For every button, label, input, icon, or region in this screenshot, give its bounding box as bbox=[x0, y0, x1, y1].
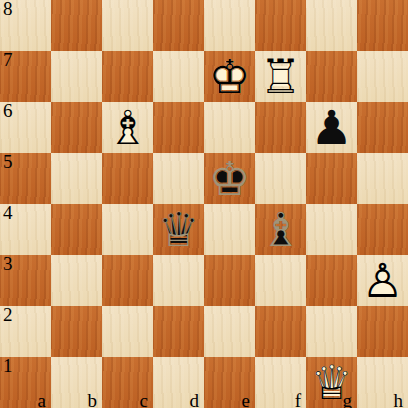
rank-label-3: 3 bbox=[3, 254, 13, 274]
square-b4[interactable] bbox=[51, 204, 102, 255]
square-h8[interactable] bbox=[357, 0, 408, 51]
square-c2[interactable] bbox=[102, 306, 153, 357]
piece-black-queen: ♛♕ bbox=[153, 204, 204, 255]
square-f1[interactable]: f bbox=[255, 357, 306, 408]
square-d6[interactable] bbox=[153, 102, 204, 153]
square-e4[interactable] bbox=[204, 204, 255, 255]
square-c5[interactable] bbox=[102, 153, 153, 204]
square-c1[interactable]: c bbox=[102, 357, 153, 408]
square-f3[interactable] bbox=[255, 255, 306, 306]
square-g6[interactable]: ♟ bbox=[306, 102, 357, 153]
square-g1[interactable]: g♛♕ bbox=[306, 357, 357, 408]
square-e5[interactable]: ♚♔ bbox=[204, 153, 255, 204]
rank-label-2: 2 bbox=[3, 305, 13, 325]
square-a8[interactable]: 8 bbox=[0, 0, 51, 51]
square-b2[interactable] bbox=[51, 306, 102, 357]
square-c6[interactable]: ♝♗ bbox=[102, 102, 153, 153]
square-a4[interactable]: 4 bbox=[0, 204, 51, 255]
square-f5[interactable] bbox=[255, 153, 306, 204]
file-label-f: f bbox=[295, 391, 301, 408]
rank-label-4: 4 bbox=[3, 203, 13, 223]
square-d4[interactable]: ♛♕ bbox=[153, 204, 204, 255]
square-h7[interactable] bbox=[357, 51, 408, 102]
file-label-e: e bbox=[242, 391, 250, 408]
square-h6[interactable] bbox=[357, 102, 408, 153]
rank-label-8: 8 bbox=[3, 0, 13, 19]
square-b1[interactable]: b bbox=[51, 357, 102, 408]
square-d5[interactable] bbox=[153, 153, 204, 204]
square-a3[interactable]: 3 bbox=[0, 255, 51, 306]
chess-board: 87♚♔♜♖6♝♗♟5♚♔4♛♕♝♗3♟♙21abcdefg♛♕h bbox=[0, 0, 408, 408]
square-d1[interactable]: d bbox=[153, 357, 204, 408]
square-a5[interactable]: 5 bbox=[0, 153, 51, 204]
square-b8[interactable] bbox=[51, 0, 102, 51]
square-f2[interactable] bbox=[255, 306, 306, 357]
square-f8[interactable] bbox=[255, 0, 306, 51]
square-f4[interactable]: ♝♗ bbox=[255, 204, 306, 255]
piece-white-king: ♚♔ bbox=[204, 51, 255, 102]
square-g5[interactable] bbox=[306, 153, 357, 204]
piece-white-pawn: ♟♙ bbox=[357, 255, 408, 306]
square-e2[interactable] bbox=[204, 306, 255, 357]
rank-label-1: 1 bbox=[3, 356, 13, 376]
file-label-g: g bbox=[343, 391, 353, 408]
file-label-h: h bbox=[394, 391, 404, 408]
square-a6[interactable]: 6 bbox=[0, 102, 51, 153]
square-c8[interactable] bbox=[102, 0, 153, 51]
rank-label-7: 7 bbox=[3, 50, 13, 70]
square-f6[interactable] bbox=[255, 102, 306, 153]
square-e1[interactable]: e bbox=[204, 357, 255, 408]
square-h3[interactable]: ♟♙ bbox=[357, 255, 408, 306]
file-label-c: c bbox=[140, 391, 148, 408]
square-b5[interactable] bbox=[51, 153, 102, 204]
piece-white-bishop: ♝♗ bbox=[102, 102, 153, 153]
square-g8[interactable] bbox=[306, 0, 357, 51]
square-h4[interactable] bbox=[357, 204, 408, 255]
square-g3[interactable] bbox=[306, 255, 357, 306]
square-a7[interactable]: 7 bbox=[0, 51, 51, 102]
square-h2[interactable] bbox=[357, 306, 408, 357]
square-b3[interactable] bbox=[51, 255, 102, 306]
square-g2[interactable] bbox=[306, 306, 357, 357]
square-d8[interactable] bbox=[153, 0, 204, 51]
square-a1[interactable]: 1a bbox=[0, 357, 51, 408]
square-e7[interactable]: ♚♔ bbox=[204, 51, 255, 102]
file-label-a: a bbox=[38, 391, 46, 408]
piece-black-king: ♚♔ bbox=[204, 153, 255, 204]
square-h1[interactable]: h bbox=[357, 357, 408, 408]
square-c7[interactable] bbox=[102, 51, 153, 102]
square-d3[interactable] bbox=[153, 255, 204, 306]
square-b7[interactable] bbox=[51, 51, 102, 102]
square-h5[interactable] bbox=[357, 153, 408, 204]
piece-white-rook: ♜♖ bbox=[255, 51, 306, 102]
file-label-b: b bbox=[88, 391, 98, 408]
square-f7[interactable]: ♜♖ bbox=[255, 51, 306, 102]
rank-label-6: 6 bbox=[3, 101, 13, 121]
square-e6[interactable] bbox=[204, 102, 255, 153]
square-a2[interactable]: 2 bbox=[0, 306, 51, 357]
piece-black-pawn: ♟ bbox=[306, 102, 357, 153]
piece-black-bishop: ♝♗ bbox=[255, 204, 306, 255]
square-d2[interactable] bbox=[153, 306, 204, 357]
square-e8[interactable] bbox=[204, 0, 255, 51]
square-d7[interactable] bbox=[153, 51, 204, 102]
square-c3[interactable] bbox=[102, 255, 153, 306]
square-e3[interactable] bbox=[204, 255, 255, 306]
square-g4[interactable] bbox=[306, 204, 357, 255]
square-g7[interactable] bbox=[306, 51, 357, 102]
square-b6[interactable] bbox=[51, 102, 102, 153]
rank-label-5: 5 bbox=[3, 152, 13, 172]
square-c4[interactable] bbox=[102, 204, 153, 255]
file-label-d: d bbox=[190, 391, 200, 408]
